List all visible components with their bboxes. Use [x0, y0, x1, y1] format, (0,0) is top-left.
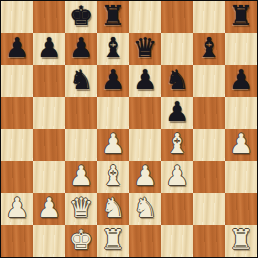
- piece-black-pawn[interactable]: ♟: [129, 64, 161, 96]
- piece-white-pawn[interactable]: ♟: [65, 160, 97, 192]
- square-h4[interactable]: ♟: [225, 129, 257, 161]
- piece-black-rook[interactable]: ♜: [225, 0, 257, 32]
- square-e3[interactable]: ♟: [129, 161, 161, 193]
- square-a8[interactable]: [1, 1, 33, 33]
- piece-white-rook[interactable]: ♜: [97, 224, 129, 256]
- square-a3[interactable]: [1, 161, 33, 193]
- piece-black-pawn[interactable]: ♟: [33, 32, 65, 64]
- chess-board: ♚♜♜♟♟♟♝♛♝♞♟♟♞♟♟♟♝♟♟♝♟♟♟♟♛♞♞♚♜♜: [1, 1, 257, 257]
- square-e6[interactable]: ♟: [129, 65, 161, 97]
- piece-white-pawn[interactable]: ♟: [33, 192, 65, 224]
- square-h8[interactable]: ♜: [225, 1, 257, 33]
- square-g7[interactable]: ♝: [193, 33, 225, 65]
- piece-white-pawn[interactable]: ♟: [225, 128, 257, 160]
- piece-black-rook[interactable]: ♜: [97, 0, 129, 32]
- square-g6[interactable]: [193, 65, 225, 97]
- square-d4[interactable]: ♟: [97, 129, 129, 161]
- square-g2[interactable]: [193, 193, 225, 225]
- square-d8[interactable]: ♜: [97, 1, 129, 33]
- piece-black-pawn[interactable]: ♟: [1, 32, 33, 64]
- piece-black-king[interactable]: ♚: [65, 0, 97, 32]
- square-f3[interactable]: ♟: [161, 161, 193, 193]
- square-e4[interactable]: [129, 129, 161, 161]
- square-a5[interactable]: [1, 97, 33, 129]
- square-e7[interactable]: ♛: [129, 33, 161, 65]
- piece-black-queen[interactable]: ♛: [129, 32, 161, 64]
- square-c2[interactable]: ♛: [65, 193, 97, 225]
- square-b7[interactable]: ♟: [33, 33, 65, 65]
- square-c8[interactable]: ♚: [65, 1, 97, 33]
- square-c7[interactable]: ♟: [65, 33, 97, 65]
- square-e2[interactable]: ♞: [129, 193, 161, 225]
- square-b1[interactable]: [33, 225, 65, 257]
- piece-white-pawn[interactable]: ♟: [161, 160, 193, 192]
- chess-board-frame: ♚♜♜♟♟♟♝♛♝♞♟♟♞♟♟♟♝♟♟♝♟♟♟♟♛♞♞♚♜♜: [0, 0, 258, 258]
- square-f7[interactable]: [161, 33, 193, 65]
- piece-white-rook[interactable]: ♜: [225, 224, 257, 256]
- piece-white-pawn[interactable]: ♟: [97, 128, 129, 160]
- square-g1[interactable]: [193, 225, 225, 257]
- square-b8[interactable]: [33, 1, 65, 33]
- square-f5[interactable]: ♟: [161, 97, 193, 129]
- square-d1[interactable]: ♜: [97, 225, 129, 257]
- square-f8[interactable]: [161, 1, 193, 33]
- square-g3[interactable]: [193, 161, 225, 193]
- square-h7[interactable]: [225, 33, 257, 65]
- piece-white-bishop[interactable]: ♝: [97, 160, 129, 192]
- square-e5[interactable]: [129, 97, 161, 129]
- square-f2[interactable]: [161, 193, 193, 225]
- square-d3[interactable]: ♝: [97, 161, 129, 193]
- square-a2[interactable]: ♟: [1, 193, 33, 225]
- square-e1[interactable]: [129, 225, 161, 257]
- square-a6[interactable]: [1, 65, 33, 97]
- square-d5[interactable]: [97, 97, 129, 129]
- square-g8[interactable]: [193, 1, 225, 33]
- square-h5[interactable]: [225, 97, 257, 129]
- square-h2[interactable]: [225, 193, 257, 225]
- square-c5[interactable]: [65, 97, 97, 129]
- piece-white-knight[interactable]: ♞: [97, 192, 129, 224]
- square-d7[interactable]: ♝: [97, 33, 129, 65]
- piece-white-pawn[interactable]: ♟: [1, 192, 33, 224]
- square-d2[interactable]: ♞: [97, 193, 129, 225]
- square-f6[interactable]: ♞: [161, 65, 193, 97]
- piece-white-king[interactable]: ♚: [65, 224, 97, 256]
- piece-black-bishop[interactable]: ♝: [97, 32, 129, 64]
- piece-white-bishop[interactable]: ♝: [161, 128, 193, 160]
- square-e8[interactable]: [129, 1, 161, 33]
- square-b5[interactable]: [33, 97, 65, 129]
- square-g5[interactable]: [193, 97, 225, 129]
- square-h6[interactable]: ♟: [225, 65, 257, 97]
- square-c6[interactable]: ♞: [65, 65, 97, 97]
- square-a4[interactable]: [1, 129, 33, 161]
- piece-white-knight[interactable]: ♞: [129, 192, 161, 224]
- square-b2[interactable]: ♟: [33, 193, 65, 225]
- piece-black-pawn[interactable]: ♟: [97, 64, 129, 96]
- piece-black-knight[interactable]: ♞: [161, 64, 193, 96]
- piece-black-knight[interactable]: ♞: [65, 64, 97, 96]
- piece-white-queen[interactable]: ♛: [65, 192, 97, 224]
- square-b3[interactable]: [33, 161, 65, 193]
- square-g4[interactable]: [193, 129, 225, 161]
- square-h3[interactable]: [225, 161, 257, 193]
- square-c1[interactable]: ♚: [65, 225, 97, 257]
- piece-black-pawn[interactable]: ♟: [161, 96, 193, 128]
- square-c4[interactable]: [65, 129, 97, 161]
- piece-black-pawn[interactable]: ♟: [225, 64, 257, 96]
- square-b6[interactable]: [33, 65, 65, 97]
- piece-black-pawn[interactable]: ♟: [65, 32, 97, 64]
- piece-white-pawn[interactable]: ♟: [129, 160, 161, 192]
- square-f4[interactable]: ♝: [161, 129, 193, 161]
- piece-black-bishop[interactable]: ♝: [193, 32, 225, 64]
- square-a1[interactable]: [1, 225, 33, 257]
- square-f1[interactable]: [161, 225, 193, 257]
- square-a7[interactable]: ♟: [1, 33, 33, 65]
- square-h1[interactable]: ♜: [225, 225, 257, 257]
- square-b4[interactable]: [33, 129, 65, 161]
- square-c3[interactable]: ♟: [65, 161, 97, 193]
- square-d6[interactable]: ♟: [97, 65, 129, 97]
